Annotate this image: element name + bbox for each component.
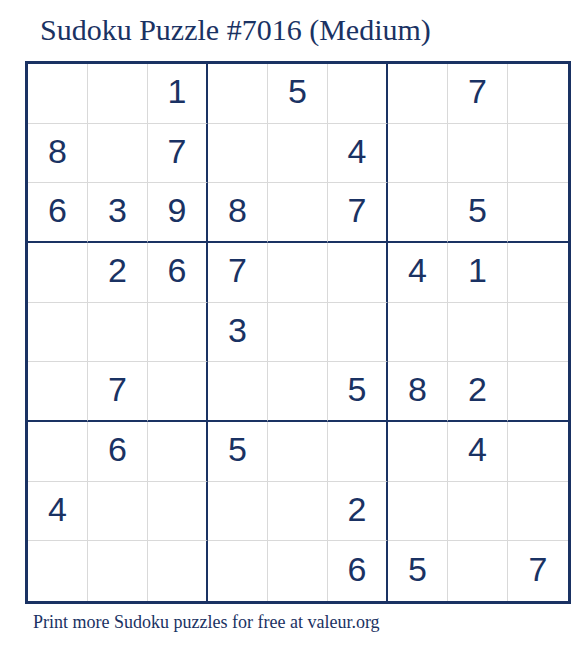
cell-r6c1[interactable]: [28, 362, 88, 422]
cell-r7c5[interactable]: [268, 422, 328, 482]
cell-r4c5[interactable]: [268, 243, 328, 303]
cell-r8c6[interactable]: 2: [328, 482, 388, 542]
cell-r3c4[interactable]: 8: [208, 183, 268, 243]
sudoku-page: Sudoku Puzzle #7016 (Medium) 15787463987…: [0, 0, 574, 651]
cell-r9c6[interactable]: 6: [328, 541, 388, 601]
cell-r5c2[interactable]: [88, 303, 148, 363]
cell-r9c2[interactable]: [88, 541, 148, 601]
cell-r3c1[interactable]: 6: [28, 183, 88, 243]
cell-r1c8[interactable]: 7: [448, 64, 508, 124]
cell-r6c6[interactable]: 5: [328, 362, 388, 422]
cell-r6c3[interactable]: [148, 362, 208, 422]
cell-r2c1[interactable]: 8: [28, 124, 88, 184]
cell-r8c2[interactable]: [88, 482, 148, 542]
cell-r3c3[interactable]: 9: [148, 183, 208, 243]
cell-r7c3[interactable]: [148, 422, 208, 482]
cell-r5c5[interactable]: [268, 303, 328, 363]
cell-r3c9[interactable]: [508, 183, 568, 243]
cell-r5c4[interactable]: 3: [208, 303, 268, 363]
cell-r7c8[interactable]: 4: [448, 422, 508, 482]
cell-r5c7[interactable]: [388, 303, 448, 363]
cell-r6c2[interactable]: 7: [88, 362, 148, 422]
cell-r7c9[interactable]: [508, 422, 568, 482]
cell-r4c7[interactable]: 4: [388, 243, 448, 303]
cell-r1c9[interactable]: [508, 64, 568, 124]
cell-r5c3[interactable]: [148, 303, 208, 363]
page-title: Sudoku Puzzle #7016 (Medium): [40, 13, 431, 47]
cell-r1c4[interactable]: [208, 64, 268, 124]
cell-r5c9[interactable]: [508, 303, 568, 363]
cell-r9c4[interactable]: [208, 541, 268, 601]
cell-r8c5[interactable]: [268, 482, 328, 542]
cell-r4c6[interactable]: [328, 243, 388, 303]
cell-r1c1[interactable]: [28, 64, 88, 124]
cell-r8c8[interactable]: [448, 482, 508, 542]
cell-r1c6[interactable]: [328, 64, 388, 124]
cell-r2c7[interactable]: [388, 124, 448, 184]
cell-r6c4[interactable]: [208, 362, 268, 422]
cell-r3c8[interactable]: 5: [448, 183, 508, 243]
cell-r3c5[interactable]: [268, 183, 328, 243]
cell-r8c9[interactable]: [508, 482, 568, 542]
cell-r5c8[interactable]: [448, 303, 508, 363]
cell-r1c3[interactable]: 1: [148, 64, 208, 124]
sudoku-board: 157874639875267413758265442657: [25, 61, 571, 604]
cell-r5c1[interactable]: [28, 303, 88, 363]
cell-r7c4[interactable]: 5: [208, 422, 268, 482]
cell-r9c1[interactable]: [28, 541, 88, 601]
cell-r6c5[interactable]: [268, 362, 328, 422]
cell-r3c2[interactable]: 3: [88, 183, 148, 243]
cell-r1c7[interactable]: [388, 64, 448, 124]
cell-r3c7[interactable]: [388, 183, 448, 243]
cell-r2c4[interactable]: [208, 124, 268, 184]
cell-r9c9[interactable]: 7: [508, 541, 568, 601]
cell-r2c8[interactable]: [448, 124, 508, 184]
cell-r7c7[interactable]: [388, 422, 448, 482]
cell-r4c8[interactable]: 1: [448, 243, 508, 303]
cell-r7c2[interactable]: 6: [88, 422, 148, 482]
cell-r3c6[interactable]: 7: [328, 183, 388, 243]
cell-r8c4[interactable]: [208, 482, 268, 542]
cell-r8c7[interactable]: [388, 482, 448, 542]
cell-r6c8[interactable]: 2: [448, 362, 508, 422]
cell-r6c7[interactable]: 8: [388, 362, 448, 422]
cell-r2c3[interactable]: 7: [148, 124, 208, 184]
cell-r7c6[interactable]: [328, 422, 388, 482]
cell-r2c6[interactable]: 4: [328, 124, 388, 184]
cell-r9c3[interactable]: [148, 541, 208, 601]
cell-r4c3[interactable]: 6: [148, 243, 208, 303]
cell-r4c2[interactable]: 2: [88, 243, 148, 303]
cell-r2c2[interactable]: [88, 124, 148, 184]
cell-r6c9[interactable]: [508, 362, 568, 422]
cell-r1c2[interactable]: [88, 64, 148, 124]
cell-r5c6[interactable]: [328, 303, 388, 363]
cell-r4c1[interactable]: [28, 243, 88, 303]
cell-r9c8[interactable]: [448, 541, 508, 601]
cell-r8c1[interactable]: 4: [28, 482, 88, 542]
cell-r4c9[interactable]: [508, 243, 568, 303]
cell-r2c9[interactable]: [508, 124, 568, 184]
cell-r4c4[interactable]: 7: [208, 243, 268, 303]
footer-text: Print more Sudoku puzzles for free at va…: [33, 612, 380, 633]
cell-r9c5[interactable]: [268, 541, 328, 601]
cell-r9c7[interactable]: 5: [388, 541, 448, 601]
cell-r2c5[interactable]: [268, 124, 328, 184]
cell-r7c1[interactable]: [28, 422, 88, 482]
cell-r8c3[interactable]: [148, 482, 208, 542]
cell-r1c5[interactable]: 5: [268, 64, 328, 124]
